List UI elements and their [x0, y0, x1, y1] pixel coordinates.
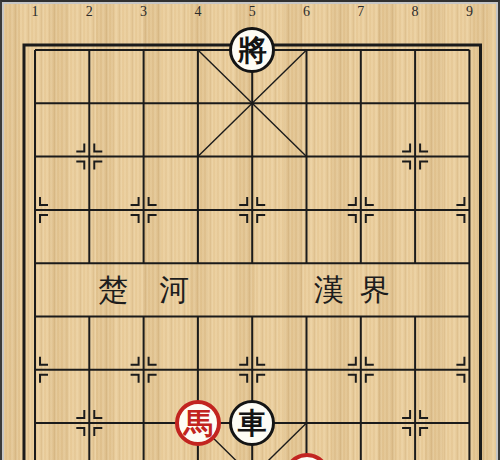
piece-char: 將 [238, 36, 267, 65]
river-label-right: 漢界 [314, 275, 406, 305]
file-label-8: 8 [412, 4, 419, 20]
piece-red-horse[interactable]: 馬 [175, 400, 221, 446]
file-label-7: 7 [357, 4, 364, 20]
file-label-3: 3 [140, 4, 147, 20]
file-label-9: 9 [466, 4, 473, 20]
piece-char: 馬 [183, 409, 212, 438]
file-label-1: 1 [32, 4, 39, 20]
xiangqi-board-window: 123456789 楚河 漢界 將馬車帥 [0, 0, 500, 460]
piece-black-general[interactable]: 將 [229, 27, 275, 73]
file-label-6: 6 [303, 4, 310, 20]
file-label-5: 5 [249, 4, 256, 20]
file-label-2: 2 [86, 4, 93, 20]
file-label-4: 4 [194, 4, 201, 20]
piece-black-chariot[interactable]: 車 [229, 400, 275, 446]
river-label-left: 楚河 [98, 275, 220, 305]
piece-char: 車 [238, 409, 267, 438]
